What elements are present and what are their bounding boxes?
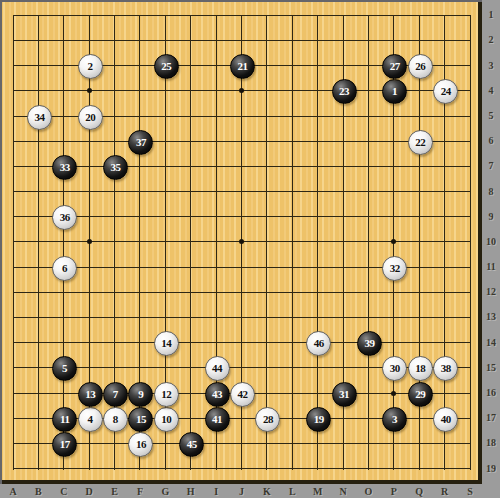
move-number: 30 (390, 363, 400, 374)
stone-white-40: 40 (433, 407, 458, 432)
grid-line-horizontal (13, 216, 471, 217)
move-number: 40 (441, 414, 451, 425)
move-number: 7 (113, 389, 119, 400)
column-label-G: G (156, 486, 174, 497)
row-label-7: 7 (482, 160, 500, 171)
grid-line-horizontal (13, 166, 471, 167)
move-number: 6 (62, 263, 68, 274)
grid-line-vertical (38, 15, 39, 469)
stone-black-11: 11 (52, 407, 77, 432)
stone-black-35: 35 (103, 155, 128, 180)
move-number: 34 (34, 112, 44, 123)
move-number: 8 (113, 414, 119, 425)
row-label-6: 6 (482, 135, 500, 146)
stone-white-18: 18 (408, 356, 433, 381)
move-number: 23 (339, 86, 349, 97)
grid-line-horizontal (13, 191, 471, 192)
stone-black-3: 3 (382, 407, 407, 432)
stone-black-21: 21 (230, 54, 255, 79)
move-number: 3 (392, 414, 398, 425)
grid-line-vertical (292, 15, 293, 469)
move-number: 10 (161, 414, 171, 425)
column-label-M: M (309, 486, 327, 497)
grid-line-horizontal (13, 40, 471, 41)
stone-black-25: 25 (154, 54, 179, 79)
stone-white-32: 32 (382, 256, 407, 281)
grid-line-vertical (63, 15, 64, 469)
grid-line-vertical (317, 15, 318, 469)
move-number: 21 (238, 61, 248, 72)
stone-white-12: 12 (154, 382, 179, 407)
grid-line-horizontal (13, 342, 471, 343)
go-game-diagram: 12345678910111213141516171819 ABCDEFGHIJ… (0, 0, 500, 498)
row-label-3: 3 (482, 60, 500, 71)
stone-white-6: 6 (52, 256, 77, 281)
column-label-Q: Q (410, 486, 428, 497)
column-label-P: P (385, 486, 403, 497)
move-number: 39 (364, 338, 374, 349)
move-number: 44 (212, 363, 222, 374)
stone-black-19: 19 (306, 407, 331, 432)
grid-line-vertical (13, 15, 14, 469)
column-label-F: F (131, 486, 149, 497)
column-label-I: I (207, 486, 225, 497)
board-edge-top (0, 0, 482, 2)
row-label-10: 10 (482, 236, 500, 247)
stone-white-28: 28 (255, 407, 280, 432)
move-number: 31 (339, 389, 349, 400)
move-number: 18 (415, 363, 425, 374)
column-label-D: D (80, 486, 98, 497)
grid-line-horizontal (13, 468, 471, 469)
move-number: 27 (390, 61, 400, 72)
grid-line-vertical (266, 15, 267, 469)
column-label-J: J (233, 486, 251, 497)
move-number: 11 (60, 414, 69, 425)
move-number: 45 (187, 439, 197, 450)
column-label-L: L (283, 486, 301, 497)
move-number: 35 (111, 162, 121, 173)
stone-white-14: 14 (154, 331, 179, 356)
column-label-A: A (4, 486, 22, 497)
column-label-N: N (334, 486, 352, 497)
stone-black-15: 15 (128, 407, 153, 432)
stone-black-31: 31 (332, 382, 357, 407)
stone-white-44: 44 (205, 356, 230, 381)
row-label-11: 11 (482, 261, 500, 272)
grid-line-vertical (470, 15, 471, 469)
grid-line-vertical (190, 15, 191, 469)
move-number: 32 (390, 263, 400, 274)
grid-line-horizontal (13, 292, 471, 293)
grid-line-horizontal (13, 317, 471, 318)
row-label-5: 5 (482, 110, 500, 121)
move-number: 26 (415, 61, 425, 72)
star-point (391, 391, 396, 396)
column-label-K: K (258, 486, 276, 497)
stone-black-41: 41 (205, 407, 230, 432)
move-number: 25 (161, 61, 171, 72)
row-label-19: 19 (482, 463, 500, 474)
stone-black-13: 13 (78, 382, 103, 407)
stone-black-45: 45 (179, 432, 204, 457)
column-label-S: S (461, 486, 479, 497)
column-label-H: H (182, 486, 200, 497)
row-label-12: 12 (482, 286, 500, 297)
move-number: 15 (136, 414, 146, 425)
move-number: 22 (415, 137, 425, 148)
move-number: 4 (87, 414, 93, 425)
stone-white-2: 2 (78, 54, 103, 79)
move-number: 33 (60, 162, 70, 173)
row-label-16: 16 (482, 387, 500, 398)
stone-black-7: 7 (103, 382, 128, 407)
move-number: 9 (138, 389, 144, 400)
stone-white-4: 4 (78, 407, 103, 432)
move-number: 43 (212, 389, 222, 400)
stone-black-17: 17 (52, 432, 77, 457)
stone-black-23: 23 (332, 79, 357, 104)
row-label-15: 15 (482, 362, 500, 373)
move-number: 46 (314, 338, 324, 349)
row-label-9: 9 (482, 211, 500, 222)
move-number: 29 (415, 389, 425, 400)
row-label-1: 1 (482, 9, 500, 20)
stone-white-22: 22 (408, 130, 433, 155)
stone-black-9: 9 (128, 382, 153, 407)
column-label-B: B (29, 486, 47, 497)
move-number: 12 (161, 389, 171, 400)
row-label-18: 18 (482, 437, 500, 448)
move-number: 41 (212, 414, 222, 425)
column-label-R: R (436, 486, 454, 497)
stone-black-43: 43 (205, 382, 230, 407)
row-label-8: 8 (482, 186, 500, 197)
board-edge-left (0, 0, 2, 484)
move-number: 42 (238, 389, 248, 400)
move-number: 5 (62, 363, 68, 374)
stone-white-34: 34 (27, 105, 52, 130)
column-label-C: C (55, 486, 73, 497)
stone-black-37: 37 (128, 130, 153, 155)
stone-white-10: 10 (154, 407, 179, 432)
row-label-13: 13 (482, 311, 500, 322)
move-number: 28 (263, 414, 273, 425)
row-label-2: 2 (482, 34, 500, 45)
stone-black-33: 33 (52, 155, 77, 180)
stone-white-26: 26 (408, 54, 433, 79)
row-label-4: 4 (482, 85, 500, 96)
move-number: 13 (85, 389, 95, 400)
move-number: 38 (441, 363, 451, 374)
move-number: 16 (136, 439, 146, 450)
move-number: 37 (136, 137, 146, 148)
move-number: 17 (60, 439, 70, 450)
grid-line-horizontal (13, 443, 471, 444)
stone-black-29: 29 (408, 382, 433, 407)
stone-black-39: 39 (357, 331, 382, 356)
grid-line-vertical (368, 15, 369, 469)
column-label-O: O (359, 486, 377, 497)
grid-line-horizontal (13, 15, 471, 16)
move-number: 1 (392, 86, 398, 97)
move-number: 19 (314, 414, 324, 425)
row-label-17: 17 (482, 412, 500, 423)
move-number: 36 (60, 212, 70, 223)
move-number: 2 (87, 61, 93, 72)
column-label-E: E (106, 486, 124, 497)
row-label-14: 14 (482, 337, 500, 348)
stone-white-42: 42 (230, 382, 255, 407)
move-number: 20 (85, 112, 95, 123)
move-number: 14 (161, 338, 171, 349)
stone-white-20: 20 (78, 105, 103, 130)
column-coordinate-strip: ABCDEFGHIJKLMNOPQRS (0, 484, 482, 498)
move-number: 24 (441, 86, 451, 97)
grid-line-horizontal (13, 141, 471, 142)
row-coordinate-strip: 12345678910111213141516171819 (482, 0, 500, 498)
stone-white-8: 8 (103, 407, 128, 432)
